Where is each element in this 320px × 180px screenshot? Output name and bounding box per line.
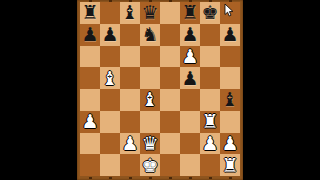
square-f7[interactable]: ♟ <box>180 24 200 46</box>
coordinate-tick <box>149 0 152 2</box>
square-h6[interactable] <box>220 46 240 68</box>
black-knight[interactable]: ♞ <box>140 24 160 46</box>
coordinate-tick <box>229 0 232 2</box>
white-queen[interactable]: ♛ <box>140 133 160 155</box>
square-a7[interactable]: ♟ <box>80 24 100 46</box>
coordinate-tick <box>209 0 212 2</box>
black-rook[interactable]: ♜ <box>180 2 200 24</box>
coordinate-tick <box>89 177 92 179</box>
square-d1[interactable]: ♚ <box>140 154 160 176</box>
square-e3[interactable] <box>160 111 180 133</box>
black-pawn[interactable]: ♟ <box>180 24 200 46</box>
square-e2[interactable] <box>160 133 180 155</box>
white-king[interactable]: ♚ <box>140 154 160 176</box>
black-pawn[interactable]: ♟ <box>220 24 240 46</box>
square-h7[interactable]: ♟ <box>220 24 240 46</box>
square-f8[interactable]: ♜ <box>180 2 200 24</box>
square-b4[interactable] <box>100 89 120 111</box>
square-b5[interactable]: ♝ <box>100 67 120 89</box>
square-a5[interactable] <box>80 67 100 89</box>
coordinate-tick <box>189 177 192 179</box>
coordinate-tick <box>229 177 232 179</box>
square-d8[interactable]: ♛ <box>140 2 160 24</box>
square-e4[interactable] <box>160 89 180 111</box>
square-a6[interactable] <box>80 46 100 68</box>
black-king[interactable]: ♚ <box>200 2 220 24</box>
coordinate-tick <box>169 0 172 2</box>
square-c6[interactable] <box>120 46 140 68</box>
square-f1[interactable] <box>180 154 200 176</box>
white-rook[interactable]: ♜ <box>200 111 220 133</box>
coordinate-tick <box>109 0 112 2</box>
square-h1[interactable]: ♜ <box>220 154 240 176</box>
coordinate-tick <box>149 177 152 179</box>
square-g3[interactable]: ♜ <box>200 111 220 133</box>
square-g4[interactable] <box>200 89 220 111</box>
page-background: { "game": "chess", "view": { "descriptio… <box>0 0 320 180</box>
square-f6[interactable]: ♟ <box>180 46 200 68</box>
square-a1[interactable] <box>80 154 100 176</box>
coordinate-tick <box>129 177 132 179</box>
square-e5[interactable] <box>160 67 180 89</box>
square-g1[interactable] <box>200 154 220 176</box>
square-e1[interactable] <box>160 154 180 176</box>
square-b6[interactable] <box>100 46 120 68</box>
square-h2[interactable]: ♟ <box>220 133 240 155</box>
square-e8[interactable] <box>160 2 180 24</box>
black-pawn[interactable]: ♟ <box>80 24 100 46</box>
square-f3[interactable] <box>180 111 200 133</box>
square-c1[interactable] <box>120 154 140 176</box>
square-f5[interactable]: ♟ <box>180 67 200 89</box>
square-b7[interactable]: ♟ <box>100 24 120 46</box>
square-h4[interactable]: ♝ <box>220 89 240 111</box>
square-g7[interactable] <box>200 24 220 46</box>
coordinate-tick <box>109 177 112 179</box>
square-h8[interactable] <box>220 2 240 24</box>
coordinate-tick <box>169 177 172 179</box>
white-pawn[interactable]: ♟ <box>200 133 220 155</box>
white-pawn[interactable]: ♟ <box>180 46 200 68</box>
square-c4[interactable] <box>120 89 140 111</box>
square-b3[interactable] <box>100 111 120 133</box>
square-d3[interactable] <box>140 111 160 133</box>
square-a4[interactable] <box>80 89 100 111</box>
square-d2[interactable]: ♛ <box>140 133 160 155</box>
white-rook[interactable]: ♜ <box>220 154 240 176</box>
black-pawn[interactable]: ♟ <box>100 24 120 46</box>
square-b1[interactable] <box>100 154 120 176</box>
white-bishop[interactable]: ♝ <box>140 89 160 111</box>
black-bishop[interactable]: ♝ <box>220 89 240 111</box>
square-b8[interactable] <box>100 2 120 24</box>
square-g5[interactable] <box>200 67 220 89</box>
black-pawn[interactable]: ♟ <box>180 67 200 89</box>
square-d5[interactable] <box>140 67 160 89</box>
white-pawn[interactable]: ♟ <box>220 133 240 155</box>
square-g6[interactable] <box>200 46 220 68</box>
square-c8[interactable]: ♝ <box>120 2 140 24</box>
black-rook[interactable]: ♜ <box>80 2 100 24</box>
coordinate-tick <box>209 177 212 179</box>
coordinate-tick <box>89 0 92 2</box>
square-a3[interactable]: ♟ <box>80 111 100 133</box>
square-h3[interactable] <box>220 111 240 133</box>
square-g2[interactable]: ♟ <box>200 133 220 155</box>
square-e6[interactable] <box>160 46 180 68</box>
white-pawn[interactable]: ♟ <box>120 133 140 155</box>
square-f2[interactable] <box>180 133 200 155</box>
square-c5[interactable] <box>120 67 140 89</box>
square-c3[interactable] <box>120 111 140 133</box>
square-c2[interactable]: ♟ <box>120 133 140 155</box>
square-a2[interactable] <box>80 133 100 155</box>
square-d4[interactable]: ♝ <box>140 89 160 111</box>
square-a8[interactable]: ♜ <box>80 2 100 24</box>
square-f4[interactable] <box>180 89 200 111</box>
square-c7[interactable] <box>120 24 140 46</box>
white-bishop[interactable]: ♝ <box>100 67 120 89</box>
square-e7[interactable] <box>160 24 180 46</box>
square-d7[interactable]: ♞ <box>140 24 160 46</box>
coordinate-tick <box>189 0 192 2</box>
square-b2[interactable] <box>100 133 120 155</box>
square-g8[interactable]: ♚ <box>200 2 220 24</box>
chess-board-frame: ♜♝♛♜♚♟♟♞♟♟♟♝♟♝♝♟♜♟♛♟♟♚♜ <box>77 0 243 180</box>
chess-board[interactable]: ♜♝♛♜♚♟♟♞♟♟♟♝♟♝♝♟♜♟♛♟♟♚♜ <box>80 2 240 176</box>
square-h5[interactable] <box>220 67 240 89</box>
white-pawn[interactable]: ♟ <box>80 111 100 133</box>
black-queen[interactable]: ♛ <box>140 2 160 24</box>
coordinate-tick <box>129 0 132 2</box>
black-bishop[interactable]: ♝ <box>120 2 140 24</box>
square-d6[interactable] <box>140 46 160 68</box>
